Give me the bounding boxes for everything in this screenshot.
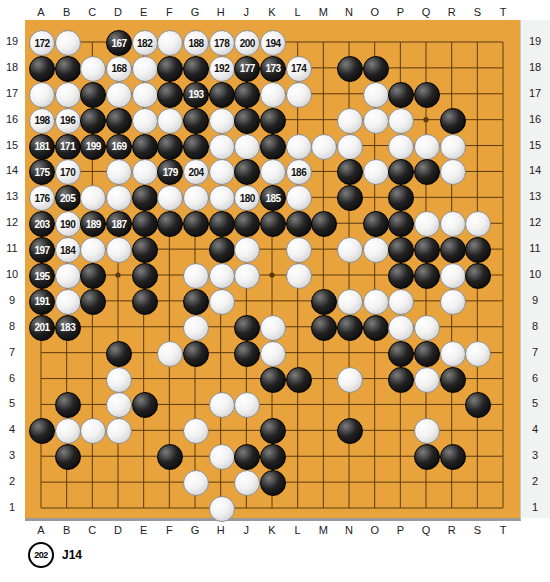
stone-B19 xyxy=(55,30,81,56)
move-number: 169 xyxy=(111,141,126,152)
stone-R6 xyxy=(440,367,466,393)
stone-N15 xyxy=(337,134,363,160)
coord-label-right-4: 4 xyxy=(522,423,548,435)
move-number: 199 xyxy=(86,141,101,152)
coord-label-left-12: 12 xyxy=(0,216,25,228)
legend-white-stone: 202 xyxy=(28,542,54,568)
stone-B14: 170 xyxy=(55,159,81,185)
stone-L6 xyxy=(286,367,312,393)
stone-C17 xyxy=(80,82,106,108)
stone-L17 xyxy=(286,82,312,108)
move-number: 179 xyxy=(163,167,178,178)
coord-label-left-5: 5 xyxy=(0,397,25,409)
coord-label-right-11: 11 xyxy=(522,242,548,254)
move-number: 174 xyxy=(291,63,306,74)
stone-P8 xyxy=(388,315,414,341)
stone-R15 xyxy=(440,134,466,160)
stone-G15 xyxy=(183,134,209,160)
stone-R11 xyxy=(440,237,466,263)
stone-H13 xyxy=(209,185,235,211)
stone-Q10 xyxy=(414,263,440,289)
stone-B4 xyxy=(55,418,81,444)
coord-label-right-14: 14 xyxy=(522,164,548,176)
move-number: 170 xyxy=(60,167,75,178)
stone-M8 xyxy=(311,315,337,341)
coord-label-top-P: P xyxy=(387,6,413,18)
move-number: 194 xyxy=(265,38,280,49)
stone-Q17 xyxy=(414,82,440,108)
stone-J7 xyxy=(234,341,260,367)
coord-label-bottom-O: O xyxy=(362,524,388,536)
stone-H14 xyxy=(209,159,235,185)
coord-label-bottom-C: C xyxy=(79,524,105,536)
stone-N8 xyxy=(337,315,363,341)
stone-M15 xyxy=(311,134,337,160)
coord-label-top-R: R xyxy=(439,6,465,18)
coord-label-left-2: 2 xyxy=(0,475,25,487)
move-number: 204 xyxy=(188,167,203,178)
coord-label-left-18: 18 xyxy=(0,61,25,73)
stone-H18: 192 xyxy=(209,56,235,82)
stone-L14: 186 xyxy=(286,159,312,185)
stone-Q8 xyxy=(414,315,440,341)
stone-B5 xyxy=(55,392,81,418)
move-number: 197 xyxy=(34,245,49,256)
stone-H15 xyxy=(209,134,235,160)
stone-G2 xyxy=(183,470,209,496)
stone-D16 xyxy=(106,108,132,134)
stone-H9 xyxy=(209,289,235,315)
coord-label-top-H: H xyxy=(208,6,234,18)
coord-label-bottom-A: A xyxy=(28,524,54,536)
stone-Q11 xyxy=(414,237,440,263)
stone-A16: 198 xyxy=(29,108,55,134)
stone-H12 xyxy=(209,211,235,237)
stone-K15 xyxy=(260,134,286,160)
move-number: 175 xyxy=(34,167,49,178)
move-number: 182 xyxy=(137,38,152,49)
move-number: 185 xyxy=(265,193,280,204)
coord-label-bottom-T: T xyxy=(490,524,516,536)
stone-N6 xyxy=(337,367,363,393)
stone-N11 xyxy=(337,237,363,263)
stone-L13 xyxy=(286,185,312,211)
stone-Q15 xyxy=(414,134,440,160)
stone-O9 xyxy=(363,289,389,315)
stone-E17 xyxy=(132,82,158,108)
stone-B13: 205 xyxy=(55,185,81,211)
stone-J17 xyxy=(234,82,260,108)
coord-label-left-8: 8 xyxy=(0,320,25,332)
stone-H17 xyxy=(209,82,235,108)
kifu-diagram: 1721671821881782001941681921771731741931… xyxy=(0,0,550,582)
stone-B8: 183 xyxy=(55,315,81,341)
stone-N9 xyxy=(337,289,363,315)
stone-B12: 190 xyxy=(55,211,81,237)
legend-location-label: J14 xyxy=(62,548,82,562)
coord-label-bottom-R: R xyxy=(439,524,465,536)
stone-E19: 182 xyxy=(132,30,158,56)
coord-label-top-L: L xyxy=(285,6,311,18)
coord-label-left-1: 1 xyxy=(0,501,25,513)
coord-label-top-Q: Q xyxy=(413,6,439,18)
coord-label-top-G: G xyxy=(182,6,208,18)
stone-E9 xyxy=(132,289,158,315)
star-point xyxy=(423,117,428,122)
coord-label-right-17: 17 xyxy=(522,87,548,99)
stone-D7 xyxy=(106,341,132,367)
coord-label-top-K: K xyxy=(259,6,285,18)
coord-label-bottom-F: F xyxy=(156,524,182,536)
stone-H5 xyxy=(209,392,235,418)
stone-D6 xyxy=(106,367,132,393)
stone-A19: 172 xyxy=(29,30,55,56)
coord-label-right-5: 5 xyxy=(522,397,548,409)
coord-label-top-F: F xyxy=(156,6,182,18)
coord-label-left-10: 10 xyxy=(0,268,25,280)
stone-G17: 193 xyxy=(183,82,209,108)
star-point xyxy=(269,272,274,277)
move-number: 177 xyxy=(240,63,255,74)
stone-D18: 168 xyxy=(106,56,132,82)
stone-H10 xyxy=(209,263,235,289)
coord-label-left-11: 11 xyxy=(0,242,25,254)
coord-label-bottom-P: P xyxy=(387,524,413,536)
stone-P15 xyxy=(388,134,414,160)
move-number: 172 xyxy=(34,38,49,49)
stone-N16 xyxy=(337,108,363,134)
stone-B17 xyxy=(55,82,81,108)
stone-H1 xyxy=(209,496,235,522)
move-number: 178 xyxy=(214,38,229,49)
stone-C16 xyxy=(80,108,106,134)
move-number: 168 xyxy=(111,63,126,74)
coord-label-left-16: 16 xyxy=(0,113,25,125)
stone-A18 xyxy=(29,56,55,82)
coord-label-top-E: E xyxy=(131,6,157,18)
stone-G7 xyxy=(183,341,209,367)
coord-label-right-9: 9 xyxy=(522,294,548,306)
stone-B11: 184 xyxy=(55,237,81,263)
coord-label-right-2: 2 xyxy=(522,475,548,487)
star-point xyxy=(115,272,120,277)
coord-label-left-19: 19 xyxy=(0,35,25,47)
coord-label-bottom-S: S xyxy=(464,524,490,536)
coord-label-left-9: 9 xyxy=(0,294,25,306)
stone-R14 xyxy=(440,159,466,185)
coord-label-top-M: M xyxy=(310,6,336,18)
move-number: 195 xyxy=(34,271,49,282)
stone-R7 xyxy=(440,341,466,367)
coord-label-right-16: 16 xyxy=(522,113,548,125)
stone-D17 xyxy=(106,82,132,108)
stone-Q6 xyxy=(414,367,440,393)
stone-E14 xyxy=(132,159,158,185)
stone-O12 xyxy=(363,211,389,237)
stone-A9: 191 xyxy=(29,289,55,315)
coord-label-right-10: 10 xyxy=(522,268,548,280)
stone-G9 xyxy=(183,289,209,315)
stone-K6 xyxy=(260,367,286,393)
move-number: 191 xyxy=(34,296,49,307)
stone-P16 xyxy=(388,108,414,134)
stone-R16 xyxy=(440,108,466,134)
move-number: 203 xyxy=(34,219,49,230)
stone-B3 xyxy=(55,444,81,470)
stone-Q7 xyxy=(414,341,440,367)
coord-label-bottom-N: N xyxy=(336,524,362,536)
move-number: 192 xyxy=(214,63,229,74)
stone-R9 xyxy=(440,289,466,315)
stone-B18 xyxy=(55,56,81,82)
coord-label-top-S: S xyxy=(464,6,490,18)
coord-label-left-6: 6 xyxy=(0,372,25,384)
stone-A15: 181 xyxy=(29,134,55,160)
move-number: 180 xyxy=(240,193,255,204)
stone-L15 xyxy=(286,134,312,160)
coord-label-bottom-G: G xyxy=(182,524,208,536)
coord-label-right-18: 18 xyxy=(522,61,548,73)
stone-P17 xyxy=(388,82,414,108)
move-number: 171 xyxy=(60,141,75,152)
stone-O14 xyxy=(363,159,389,185)
move-number: 198 xyxy=(34,115,49,126)
stone-D15: 169 xyxy=(106,134,132,160)
move-number: 167 xyxy=(111,38,126,49)
coord-label-top-A: A xyxy=(28,6,54,18)
stone-N18 xyxy=(337,56,363,82)
coord-label-right-1: 1 xyxy=(522,501,548,513)
stone-F17 xyxy=(157,82,183,108)
coord-label-right-13: 13 xyxy=(522,190,548,202)
move-number: 189 xyxy=(86,219,101,230)
coord-label-right-7: 7 xyxy=(522,346,548,358)
coord-label-top-T: T xyxy=(490,6,516,18)
coord-label-left-7: 7 xyxy=(0,346,25,358)
stone-D19: 167 xyxy=(106,30,132,56)
stone-E12 xyxy=(132,211,158,237)
stone-R10 xyxy=(440,263,466,289)
coord-label-top-C: C xyxy=(79,6,105,18)
coord-label-bottom-M: M xyxy=(310,524,336,536)
coord-label-top-B: B xyxy=(54,6,80,18)
stone-K19: 194 xyxy=(260,30,286,56)
move-number: 205 xyxy=(60,193,75,204)
coord-label-right-6: 6 xyxy=(522,372,548,384)
coord-label-left-3: 3 xyxy=(0,449,25,461)
coord-label-top-J: J xyxy=(233,6,259,18)
stone-F15 xyxy=(157,134,183,160)
stone-E13 xyxy=(132,185,158,211)
stone-K2 xyxy=(260,470,286,496)
stone-A11: 197 xyxy=(29,237,55,263)
stone-E5 xyxy=(132,392,158,418)
stone-E11 xyxy=(132,237,158,263)
stone-P7 xyxy=(388,341,414,367)
stone-R12 xyxy=(440,211,466,237)
stone-E16 xyxy=(132,108,158,134)
stone-K16 xyxy=(260,108,286,134)
stone-J8 xyxy=(234,315,260,341)
stone-O18 xyxy=(363,56,389,82)
stone-O17 xyxy=(363,82,389,108)
stone-G8 xyxy=(183,315,209,341)
stone-B9 xyxy=(55,289,81,315)
stone-F16 xyxy=(157,108,183,134)
coord-label-left-15: 15 xyxy=(0,139,25,151)
move-number: 196 xyxy=(60,115,75,126)
stone-K8 xyxy=(260,315,286,341)
coord-label-top-D: D xyxy=(105,6,131,18)
coord-label-bottom-L: L xyxy=(285,524,311,536)
coord-label-bottom-B: B xyxy=(54,524,80,536)
stone-O8 xyxy=(363,315,389,341)
coord-label-top-O: O xyxy=(362,6,388,18)
move-legend: 202 J14 xyxy=(28,542,82,568)
coord-label-bottom-K: K xyxy=(259,524,285,536)
coord-label-bottom-D: D xyxy=(105,524,131,536)
stone-O11 xyxy=(363,237,389,263)
stone-B16: 196 xyxy=(55,108,81,134)
move-number: 183 xyxy=(60,322,75,333)
stone-G19: 188 xyxy=(183,30,209,56)
go-board: 1721671821881782001941681921771731741931… xyxy=(25,20,521,521)
coord-label-bottom-J: J xyxy=(233,524,259,536)
stone-E10 xyxy=(132,263,158,289)
move-number: 181 xyxy=(34,141,49,152)
coord-label-bottom-E: E xyxy=(131,524,157,536)
stone-L11 xyxy=(286,237,312,263)
stone-K18: 173 xyxy=(260,56,286,82)
move-number: 188 xyxy=(188,38,203,49)
coord-label-left-17: 17 xyxy=(0,87,25,99)
coord-label-right-15: 15 xyxy=(522,139,548,151)
stone-H19: 178 xyxy=(209,30,235,56)
coord-label-left-14: 14 xyxy=(0,164,25,176)
coord-label-right-19: 19 xyxy=(522,35,548,47)
coord-label-right-12: 12 xyxy=(522,216,548,228)
stone-L12 xyxy=(286,211,312,237)
stone-L18: 174 xyxy=(286,56,312,82)
stone-B10 xyxy=(55,263,81,289)
stone-C15: 199 xyxy=(80,134,106,160)
coord-label-bottom-H: H xyxy=(208,524,234,536)
move-number: 200 xyxy=(240,38,255,49)
stone-A10: 195 xyxy=(29,263,55,289)
stone-F7 xyxy=(157,341,183,367)
stone-E18 xyxy=(132,56,158,82)
stone-B15: 171 xyxy=(55,134,81,160)
stone-J15 xyxy=(234,134,260,160)
stone-A17 xyxy=(29,82,55,108)
stone-R3 xyxy=(440,444,466,470)
move-number: 184 xyxy=(60,245,75,256)
move-number: 201 xyxy=(34,322,49,333)
stone-H11 xyxy=(209,237,235,263)
stone-K7 xyxy=(260,341,286,367)
stone-P6 xyxy=(388,367,414,393)
move-number: 190 xyxy=(60,219,75,230)
coord-label-bottom-Q: Q xyxy=(413,524,439,536)
stone-A8: 201 xyxy=(29,315,55,341)
coord-label-right-3: 3 xyxy=(522,449,548,461)
coord-label-left-4: 4 xyxy=(0,423,25,435)
move-number: 186 xyxy=(291,167,306,178)
stone-G10 xyxy=(183,263,209,289)
stone-L10 xyxy=(286,263,312,289)
stone-E15 xyxy=(132,134,158,160)
move-number: 193 xyxy=(188,89,203,100)
stone-K17 xyxy=(260,82,286,108)
move-number: 176 xyxy=(34,193,49,204)
coord-label-right-8: 8 xyxy=(522,320,548,332)
stone-G16 xyxy=(183,108,209,134)
stone-G18 xyxy=(183,56,209,82)
move-number: 187 xyxy=(111,219,126,230)
coord-label-top-N: N xyxy=(336,6,362,18)
stone-H16 xyxy=(209,108,235,134)
coord-label-left-13: 13 xyxy=(0,190,25,202)
stone-D11 xyxy=(106,237,132,263)
stone-J16 xyxy=(234,108,260,134)
stone-H3 xyxy=(209,444,235,470)
stone-S7 xyxy=(465,341,491,367)
stone-O16 xyxy=(363,108,389,134)
move-number: 173 xyxy=(265,63,280,74)
